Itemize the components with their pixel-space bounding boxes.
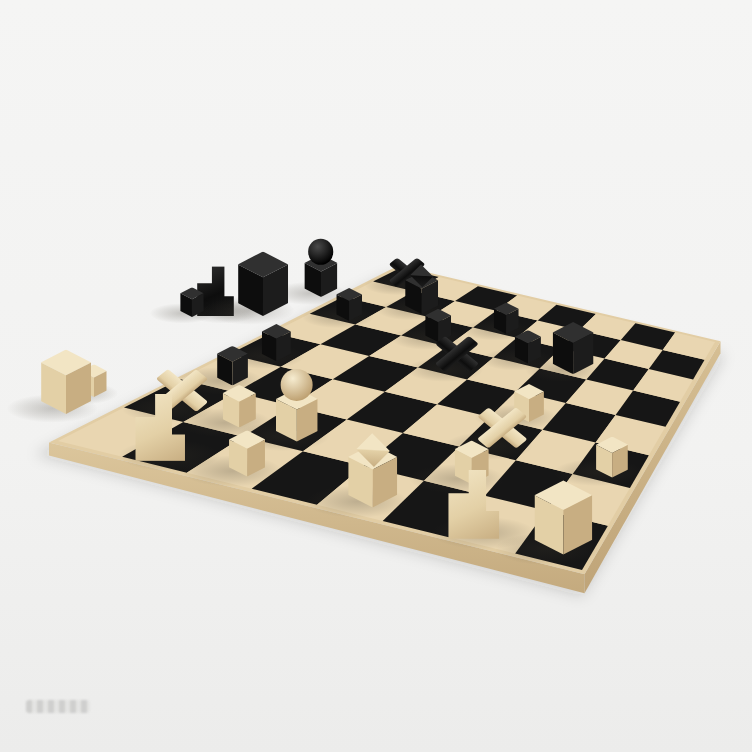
watermark <box>26 700 90 713</box>
chess-board <box>0 0 752 752</box>
product-render-scene <box>0 0 752 752</box>
